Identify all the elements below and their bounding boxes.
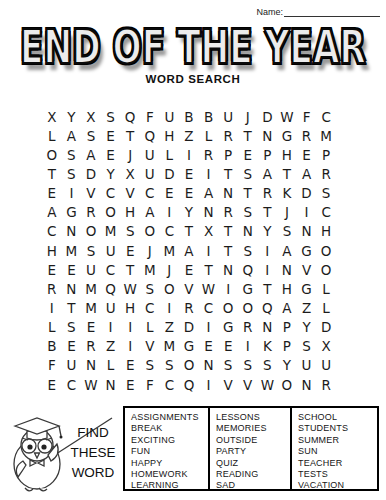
grid-cell[interactable]: M: [160, 337, 180, 356]
grid-cell[interactable]: P: [218, 145, 238, 164]
grid-cell[interactable]: O: [218, 298, 238, 317]
grid-cell[interactable]: V: [218, 375, 238, 394]
grid-cell[interactable]: M: [101, 222, 121, 241]
grid-cell[interactable]: L: [160, 145, 180, 164]
word-list-item: PARTY: [216, 446, 290, 457]
grid-cell[interactable]: C: [140, 184, 160, 203]
grid-cell[interactable]: T: [238, 184, 258, 203]
grid-cell[interactable]: I: [238, 337, 258, 356]
grid-cell[interactable]: R: [316, 375, 336, 394]
grid-cell[interactable]: O: [42, 145, 62, 164]
grid-cell[interactable]: K: [258, 337, 278, 356]
grid-cell[interactable]: M: [81, 298, 101, 317]
grid-cell[interactable]: L: [42, 318, 62, 337]
grid-cell[interactable]: T: [238, 126, 258, 145]
grid-cell[interactable]: S: [62, 318, 82, 337]
grid-cell[interactable]: W: [199, 279, 219, 298]
grid-cell[interactable]: X: [120, 164, 140, 183]
grid-cell[interactable]: L: [316, 279, 336, 298]
word-list-item: SAD: [216, 480, 290, 491]
word-list-item: LEARNING: [131, 480, 208, 491]
word-list-item: OUTSIDE: [216, 435, 290, 446]
grid-cell[interactable]: N: [199, 203, 219, 222]
word-column: ASSIGNMENTSBREAKEXCITINGFUNHAPPYHOMEWORK…: [125, 408, 208, 489]
grid-cell[interactable]: E: [160, 184, 180, 203]
grid-cell[interactable]: E: [120, 241, 140, 260]
grid-cell[interactable]: T: [218, 222, 238, 241]
grid-cell[interactable]: S: [238, 203, 258, 222]
grid-cell[interactable]: S: [238, 164, 258, 183]
grid-cell[interactable]: I: [120, 337, 140, 356]
grid-cell[interactable]: S: [101, 107, 121, 126]
grid-cell[interactable]: O: [316, 241, 336, 260]
word-list-item: HOMEWORK: [131, 469, 208, 480]
word-list-box: ASSIGNMENTSBREAKEXCITINGFUNHAPPYHOMEWORK…: [123, 406, 379, 491]
grid-cell[interactable]: A: [42, 203, 62, 222]
grid-cell[interactable]: R: [316, 164, 336, 183]
grid-cell[interactable]: I: [62, 184, 82, 203]
grid-cell[interactable]: R: [199, 145, 219, 164]
find-these-words-label: FIND THESE WORD: [64, 423, 122, 483]
grid-cell[interactable]: W: [277, 107, 297, 126]
grid-cell[interactable]: I: [120, 318, 140, 337]
word-column: SCHOOLSTUDENTSSUMMERSUNTEACHERTESTSVACAT…: [290, 408, 375, 489]
grid-cell[interactable]: J: [120, 145, 140, 164]
grid-cell[interactable]: X: [42, 107, 62, 126]
grid-cell[interactable]: Q: [120, 107, 140, 126]
grid-cell[interactable]: C: [140, 298, 160, 317]
grid-cell[interactable]: S: [277, 222, 297, 241]
grid-cell[interactable]: L: [316, 298, 336, 317]
grid-cell[interactable]: G: [238, 279, 258, 298]
grid-cell[interactable]: P: [258, 145, 278, 164]
grid-cell[interactable]: S: [316, 184, 336, 203]
grid-cell[interactable]: I: [199, 318, 219, 337]
grid-cell[interactable]: A: [297, 164, 317, 183]
grid-cell[interactable]: I: [258, 260, 278, 279]
word-list-item: BREAK: [131, 423, 208, 434]
grid-cell[interactable]: P: [277, 337, 297, 356]
grid-cell[interactable]: J: [277, 203, 297, 222]
grid-cell[interactable]: T: [199, 260, 219, 279]
grid-cell[interactable]: E: [42, 184, 62, 203]
grid-cell[interactable]: A: [277, 241, 297, 260]
word-list-item: QUIZ: [216, 458, 290, 469]
grid-cell[interactable]: Y: [297, 318, 317, 337]
grid-cell[interactable]: R: [297, 126, 317, 145]
grid-cell[interactable]: N: [81, 356, 101, 375]
grid-cell[interactable]: M: [316, 126, 336, 145]
grid-cell[interactable]: D: [258, 107, 278, 126]
grid-cell[interactable]: N: [258, 126, 278, 145]
grid-cell[interactable]: A: [179, 241, 199, 260]
grid-cell[interactable]: E: [218, 337, 238, 356]
grid-cell[interactable]: E: [101, 145, 121, 164]
grid-cell[interactable]: A: [140, 203, 160, 222]
grid-cell[interactable]: R: [258, 184, 278, 203]
grid-cell[interactable]: N: [62, 222, 82, 241]
grid-cell[interactable]: E: [120, 375, 140, 394]
grid-cell[interactable]: S: [120, 222, 140, 241]
letter-grid: XYXSQFUBBUJDWFCLASETQHZLRTNGRMOSAEJULIRP…: [42, 107, 336, 394]
grid-cell[interactable]: T: [120, 260, 140, 279]
grid-cell[interactable]: Q: [179, 375, 199, 394]
grid-cell[interactable]: V: [140, 337, 160, 356]
grid-cell[interactable]: H: [120, 203, 140, 222]
grid-cell[interactable]: S: [62, 164, 82, 183]
grid-cell[interactable]: O: [81, 222, 101, 241]
grid-cell[interactable]: T: [62, 298, 82, 317]
word-list-item: TEACHER: [298, 458, 375, 469]
word-list-item: TESTS: [298, 469, 375, 480]
grid-cell[interactable]: K: [277, 184, 297, 203]
grid-cell[interactable]: I: [42, 298, 62, 317]
grid-cell[interactable]: M: [140, 260, 160, 279]
grid-cell[interactable]: L: [101, 356, 121, 375]
grid-cell[interactable]: V: [179, 279, 199, 298]
grid-cell[interactable]: H: [120, 298, 140, 317]
grid-cell[interactable]: O: [160, 279, 180, 298]
grid-cell[interactable]: W: [258, 375, 278, 394]
grid-cell[interactable]: E: [120, 356, 140, 375]
grid-cell[interactable]: X: [316, 337, 336, 356]
word-list-item: SUN: [298, 446, 375, 457]
grid-cell[interactable]: G: [297, 279, 317, 298]
grid-cell[interactable]: G: [62, 203, 82, 222]
grid-cell[interactable]: S: [258, 356, 278, 375]
grid-cell[interactable]: N: [277, 260, 297, 279]
grid-cell[interactable]: H: [277, 145, 297, 164]
grid-cell[interactable]: S: [81, 241, 101, 260]
grid-cell[interactable]: U: [101, 298, 121, 317]
grid-cell[interactable]: C: [199, 298, 219, 317]
grid-cell[interactable]: S: [218, 356, 238, 375]
grid-cell[interactable]: I: [160, 203, 180, 222]
word-list-item: HAPPY: [131, 458, 208, 469]
grid-cell[interactable]: J: [238, 107, 258, 126]
grid-cell[interactable]: I: [258, 241, 278, 260]
grid-cell[interactable]: E: [199, 337, 219, 356]
grid-cell[interactable]: E: [42, 375, 62, 394]
grid-cell[interactable]: R: [238, 318, 258, 337]
grid-cell[interactable]: Z: [179, 126, 199, 145]
prompt-line-2: THESE: [64, 443, 122, 463]
grid-cell[interactable]: C: [101, 260, 121, 279]
grid-cell[interactable]: E: [179, 184, 199, 203]
grid-cell[interactable]: T: [218, 164, 238, 183]
word-list-item: READING: [216, 469, 290, 480]
grid-cell[interactable]: C: [62, 375, 82, 394]
word-column: LESSONSMEMORIESOUTSIDEPARTYQUIZREADINGSA…: [208, 408, 290, 489]
grid-cell[interactable]: S: [297, 337, 317, 356]
grid-cell[interactable]: X: [199, 222, 219, 241]
grid-cell[interactable]: G: [297, 241, 317, 260]
grid-cell[interactable]: C: [160, 375, 180, 394]
grid-cell[interactable]: S: [140, 279, 160, 298]
grid-cell[interactable]: F: [140, 375, 160, 394]
grid-cell[interactable]: E: [81, 318, 101, 337]
grid-cell[interactable]: X: [81, 107, 101, 126]
grid-cell[interactable]: R: [218, 126, 238, 145]
grid-cell[interactable]: A: [277, 298, 297, 317]
grid-cell[interactable]: D: [160, 164, 180, 183]
grid-cell[interactable]: D: [81, 164, 101, 183]
grid-cell[interactable]: R: [179, 298, 199, 317]
grid-cell[interactable]: E: [238, 145, 258, 164]
grid-cell[interactable]: E: [42, 260, 62, 279]
grid-cell[interactable]: E: [62, 337, 82, 356]
grid-cell[interactable]: E: [62, 260, 82, 279]
grid-cell[interactable]: A: [258, 164, 278, 183]
grid-cell[interactable]: M: [160, 241, 180, 260]
grid-cell[interactable]: T: [179, 222, 199, 241]
name-input-line[interactable]: [284, 7, 380, 17]
grid-cell[interactable]: S: [238, 241, 258, 260]
grid-cell[interactable]: Y: [101, 164, 121, 183]
grid-cell[interactable]: T: [258, 203, 278, 222]
grid-cell[interactable]: Q: [258, 298, 278, 317]
word-list-item: SCHOOL: [298, 412, 375, 423]
grid-cell[interactable]: E: [297, 145, 317, 164]
grid-cell[interactable]: D: [297, 184, 317, 203]
grid-cell[interactable]: P: [316, 145, 336, 164]
grid-cell[interactable]: N: [199, 356, 219, 375]
word-list-item: FUN: [131, 446, 208, 457]
grid-cell[interactable]: U: [316, 356, 336, 375]
grid-cell[interactable]: F: [140, 107, 160, 126]
grid-cell[interactable]: C: [316, 107, 336, 126]
grid-cell[interactable]: I: [160, 298, 180, 317]
grid-cell[interactable]: Z: [160, 318, 180, 337]
grid-cell[interactable]: Q: [101, 279, 121, 298]
grid-cell[interactable]: Q: [238, 260, 258, 279]
grid-cell[interactable]: I: [101, 318, 121, 337]
page-title: END OF THE YEAR: [0, 20, 386, 74]
grid-cell[interactable]: A: [62, 126, 82, 145]
grid-cell[interactable]: M: [62, 241, 82, 260]
grid-cell[interactable]: Y: [258, 222, 278, 241]
name-row: Name:: [256, 7, 380, 17]
grid-cell[interactable]: S: [81, 126, 101, 145]
grid-cell[interactable]: Y: [277, 356, 297, 375]
grid-cell[interactable]: F: [42, 356, 62, 375]
grid-cell[interactable]: C: [316, 203, 336, 222]
grid-cell[interactable]: N: [218, 260, 238, 279]
grid-cell[interactable]: O: [316, 260, 336, 279]
grid-cell[interactable]: T: [277, 164, 297, 183]
grid-cell[interactable]: B: [199, 107, 219, 126]
grid-cell[interactable]: R: [218, 203, 238, 222]
grid-cell[interactable]: T: [42, 164, 62, 183]
grid-cell[interactable]: U: [140, 164, 160, 183]
grid-cell[interactable]: N: [238, 222, 258, 241]
grid-cell[interactable]: E: [101, 126, 121, 145]
grid-cell[interactable]: Z: [297, 298, 317, 317]
page-subtitle: WORD SEARCH: [0, 73, 386, 85]
prompt-line-3: WORD: [64, 463, 122, 483]
grid-cell[interactable]: U: [62, 356, 82, 375]
grid-cell[interactable]: M: [81, 279, 101, 298]
grid-cell[interactable]: J: [160, 260, 180, 279]
grid-cell[interactable]: P: [277, 318, 297, 337]
grid-cell[interactable]: A: [81, 145, 101, 164]
grid-cell[interactable]: Y: [62, 107, 82, 126]
grid-cell[interactable]: H: [316, 222, 336, 241]
grid-cell[interactable]: V: [238, 375, 258, 394]
grid-cell[interactable]: G: [277, 126, 297, 145]
grid-cell[interactable]: U: [101, 241, 121, 260]
grid-cell[interactable]: L: [42, 126, 62, 145]
word-list-item: SUMMER: [298, 435, 375, 446]
grid-cell[interactable]: C: [101, 184, 121, 203]
grid-cell[interactable]: E: [179, 164, 199, 183]
grid-cell[interactable]: C: [42, 222, 62, 241]
grid-cell[interactable]: T: [258, 279, 278, 298]
grid-cell[interactable]: Z: [101, 337, 121, 356]
grid-cell[interactable]: W: [120, 279, 140, 298]
grid-cell[interactable]: S: [160, 356, 180, 375]
grid-cell[interactable]: I: [297, 203, 317, 222]
grid-cell[interactable]: J: [140, 241, 160, 260]
grid-cell[interactable]: U: [297, 356, 317, 375]
grid-cell[interactable]: O: [101, 203, 121, 222]
grid-cell[interactable]: N: [218, 184, 238, 203]
grid-cell[interactable]: R: [81, 337, 101, 356]
grid-cell[interactable]: N: [297, 375, 317, 394]
word-list-item: VACATION: [298, 480, 375, 491]
grid-cell[interactable]: D: [179, 318, 199, 337]
grid-cell[interactable]: S: [140, 356, 160, 375]
grid-cell[interactable]: I: [179, 145, 199, 164]
word-list-item: MEMORIES: [216, 423, 290, 434]
grid-cell[interactable]: B: [179, 107, 199, 126]
grid-cell[interactable]: Q: [140, 126, 160, 145]
grid-cell[interactable]: N: [258, 318, 278, 337]
grid-cell[interactable]: R: [42, 279, 62, 298]
grid-cell[interactable]: I: [199, 164, 219, 183]
grid-cell[interactable]: U: [140, 145, 160, 164]
grid-cell[interactable]: O: [238, 298, 258, 317]
grid-cell[interactable]: U: [218, 107, 238, 126]
word-list-item: EXCITING: [131, 435, 208, 446]
word-list-item: STUDENTS: [298, 423, 375, 434]
grid-cell[interactable]: N: [297, 222, 317, 241]
grid-cell[interactable]: E: [179, 260, 199, 279]
grid-cell[interactable]: O: [140, 222, 160, 241]
grid-cell[interactable]: U: [160, 107, 180, 126]
grid-cell[interactable]: H: [277, 279, 297, 298]
grid-cell[interactable]: N: [62, 279, 82, 298]
grid-cell[interactable]: S: [238, 356, 258, 375]
grid-cell[interactable]: Y: [179, 203, 199, 222]
grid-cell[interactable]: B: [42, 337, 62, 356]
grid-cell[interactable]: S: [62, 145, 82, 164]
grid-cell[interactable]: T: [218, 241, 238, 260]
grid-cell[interactable]: H: [160, 126, 180, 145]
grid-cell[interactable]: I: [199, 241, 219, 260]
grid-cell[interactable]: L: [199, 126, 219, 145]
grid-cell[interactable]: V: [120, 184, 140, 203]
grid-cell[interactable]: V: [81, 184, 101, 203]
grid-cell[interactable]: O: [179, 356, 199, 375]
prompt-line-1: FIND: [64, 423, 122, 443]
grid-cell[interactable]: T: [120, 126, 140, 145]
word-list-item: ASSIGNMENTS: [131, 412, 208, 423]
grid-cell[interactable]: F: [297, 107, 317, 126]
grid-cell[interactable]: N: [101, 375, 121, 394]
grid-cell[interactable]: H: [42, 241, 62, 260]
grid-cell[interactable]: R: [81, 203, 101, 222]
grid-cell[interactable]: A: [199, 184, 219, 203]
grid-cell[interactable]: I: [218, 279, 238, 298]
grid-cell[interactable]: I: [199, 375, 219, 394]
grid-cell[interactable]: V: [297, 260, 317, 279]
grid-cell[interactable]: G: [218, 318, 238, 337]
grid-cell[interactable]: L: [140, 318, 160, 337]
grid-cell[interactable]: U: [81, 260, 101, 279]
grid-cell[interactable]: O: [277, 375, 297, 394]
grid-cell[interactable]: C: [160, 222, 180, 241]
name-label: Name:: [256, 7, 283, 17]
grid-cell[interactable]: W: [81, 375, 101, 394]
grid-cell[interactable]: G: [179, 337, 199, 356]
grid-cell[interactable]: D: [316, 318, 336, 337]
word-list-item: LESSONS: [216, 412, 290, 423]
